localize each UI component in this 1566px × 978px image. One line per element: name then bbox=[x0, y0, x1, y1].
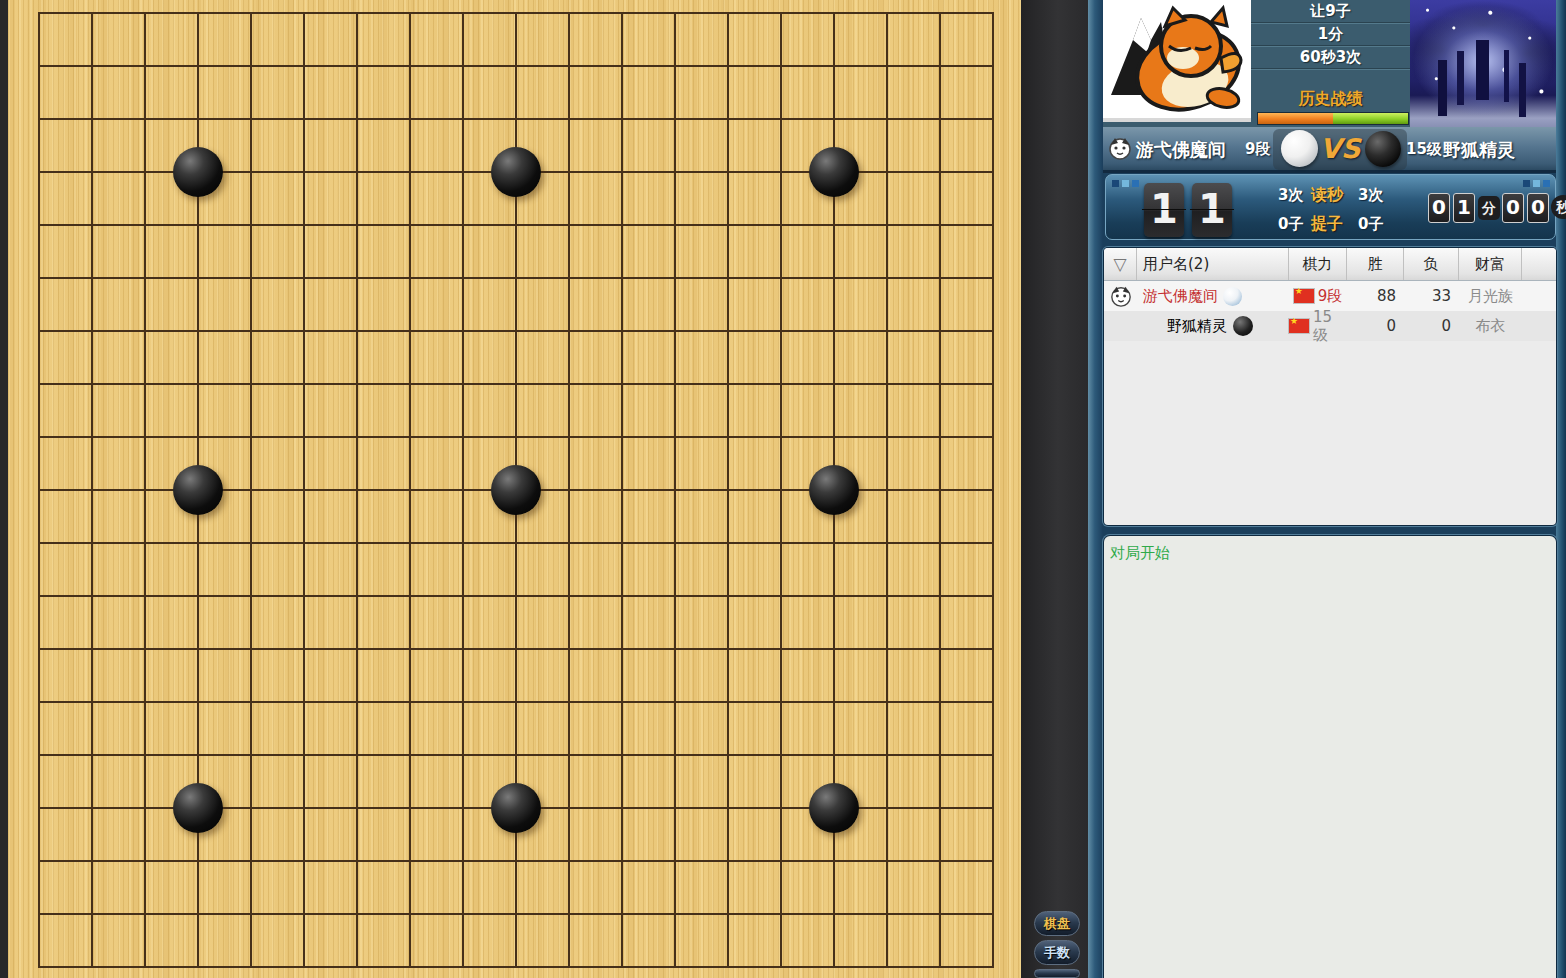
indicator-square bbox=[1543, 180, 1550, 187]
header-wealth[interactable]: 财富 bbox=[1459, 248, 1522, 280]
black-stone-K10 bbox=[491, 465, 541, 515]
indicator-square bbox=[1132, 180, 1139, 187]
row2-losses: 0 bbox=[1404, 311, 1459, 341]
white-stone-icon bbox=[1281, 130, 1318, 167]
player-avatar bbox=[1103, 0, 1251, 122]
window-edge bbox=[0, 0, 8, 978]
win-rate-bar bbox=[1257, 112, 1409, 125]
players-vs-bar: 游弋佛魔间 9段 VS 15级 野狐精灵 bbox=[1103, 127, 1556, 173]
white-player-name: 游弋佛魔间 bbox=[1136, 138, 1226, 162]
row2-username: 野狐精灵 bbox=[1137, 311, 1289, 341]
row2-wins: 0 bbox=[1347, 311, 1404, 341]
row1-rank-text: 9段 bbox=[1318, 287, 1343, 306]
flag-star: ★ bbox=[1290, 316, 1298, 326]
match-rules-panel: 让9子 1分 60秒3次 历史战绩 bbox=[1251, 0, 1410, 127]
header-strength[interactable]: 棋力 bbox=[1289, 248, 1347, 280]
night-tree-image bbox=[1476, 40, 1489, 100]
row1-wins: 88 bbox=[1347, 281, 1404, 311]
tool-strip: 棋盘 手数 bbox=[1021, 0, 1088, 978]
china-flag-icon: ★ bbox=[1289, 319, 1309, 333]
black-stone-K16 bbox=[491, 147, 541, 197]
captures-white: 0子 bbox=[1278, 215, 1303, 234]
minute-digit-tens: 0 bbox=[1428, 193, 1450, 223]
white-player-rank: 9段 bbox=[1245, 140, 1270, 159]
row1-username: 游弋佛魔间 bbox=[1137, 281, 1289, 311]
go-board bbox=[8, 0, 1021, 978]
fox-face-icon bbox=[1108, 136, 1132, 160]
black-player-name: 野狐精灵 bbox=[1443, 138, 1515, 162]
second-unit-badge: 秒 bbox=[1551, 195, 1566, 219]
byoyomi-label: 60秒3次 bbox=[1251, 46, 1410, 69]
china-flag-icon: ★ bbox=[1294, 289, 1314, 303]
chat-panel: 对局开始 bbox=[1104, 536, 1556, 978]
black-stone-icon bbox=[1233, 316, 1253, 336]
byoyomi-title: 读秒 bbox=[1311, 185, 1343, 206]
black-player-rank: 15级 bbox=[1406, 140, 1442, 159]
row2-rank-text: 15级 bbox=[1313, 308, 1347, 345]
row1-extra bbox=[1522, 281, 1556, 311]
filter-button[interactable]: ▽ bbox=[1104, 248, 1137, 280]
user-table: ▽ 用户名(2) 棋力 胜 负 财富 游弋佛魔间 ★ 9段 88 33 月光族 bbox=[1104, 248, 1556, 525]
handicap-label: 让9子 bbox=[1251, 0, 1410, 23]
panel-frame-right bbox=[1556, 0, 1566, 978]
row1-rank: ★ 9段 bbox=[1289, 281, 1347, 311]
row1-avatar-cell bbox=[1104, 281, 1137, 311]
captures-title: 提子 bbox=[1311, 214, 1343, 235]
table-header-row: ▽ 用户名(2) 棋力 胜 负 财富 bbox=[1104, 248, 1556, 281]
panel-frame-left bbox=[1088, 0, 1103, 978]
indicator-square bbox=[1523, 180, 1530, 187]
black-stone-Q16 bbox=[809, 147, 859, 197]
minute-unit-badge: 分 bbox=[1478, 196, 1500, 220]
second-digit-ones: 0 bbox=[1527, 193, 1549, 223]
byoyomi-count-black: 3次 bbox=[1358, 186, 1383, 205]
black-stone-K4 bbox=[491, 783, 541, 833]
history-record-link[interactable]: 历史战绩 bbox=[1251, 88, 1410, 110]
row2-rank: ★ 15级 bbox=[1289, 311, 1347, 341]
row1-losses: 33 bbox=[1404, 281, 1459, 311]
go-board-grid[interactable] bbox=[38, 12, 994, 968]
table-row[interactable]: 游弋佛魔间 ★ 9段 88 33 月光族 bbox=[1104, 281, 1556, 311]
header-losses[interactable]: 负 bbox=[1404, 248, 1459, 280]
second-digit-tens: 0 bbox=[1502, 193, 1524, 223]
win-rate-green-segment bbox=[1333, 113, 1408, 124]
black-stone-Q4 bbox=[809, 783, 859, 833]
table-row[interactable]: 野狐精灵 ★ 15级 0 0 布衣 bbox=[1104, 311, 1556, 341]
row1-name-text: 游弋佛魔间 bbox=[1143, 287, 1218, 306]
move-count-button[interactable]: 手数 bbox=[1034, 940, 1080, 965]
indicator-square bbox=[1122, 180, 1129, 187]
fox-mascot-icon bbox=[1103, 0, 1251, 122]
captures-black: 0子 bbox=[1358, 215, 1383, 234]
black-stone-Q10 bbox=[809, 465, 859, 515]
black-stone-D16 bbox=[173, 147, 223, 197]
minute-digit-ones: 1 bbox=[1453, 193, 1475, 223]
main-time-label: 1分 bbox=[1251, 23, 1410, 46]
row2-wealth: 布衣 bbox=[1459, 311, 1522, 341]
row1-wealth: 月光族 bbox=[1459, 281, 1522, 311]
partial-button[interactable] bbox=[1034, 969, 1080, 978]
vs-label: VS bbox=[1320, 133, 1360, 164]
flag-star: ★ bbox=[1295, 286, 1303, 296]
board-button[interactable]: 棋盘 bbox=[1034, 911, 1080, 936]
row2-avatar-cell bbox=[1104, 311, 1137, 341]
chat-message: 对局开始 bbox=[1104, 536, 1556, 571]
row2-extra bbox=[1522, 311, 1556, 341]
black-stone-D4 bbox=[173, 783, 223, 833]
counter-flip-left: 1 bbox=[1144, 183, 1184, 237]
win-rate-orange-segment bbox=[1258, 113, 1333, 124]
black-stone-icon bbox=[1365, 131, 1401, 167]
indicator-square bbox=[1112, 180, 1119, 187]
white-stone-icon bbox=[1223, 287, 1242, 306]
row2-name-text: 野狐精灵 bbox=[1167, 317, 1227, 336]
counter-flip-right: 1 bbox=[1192, 183, 1232, 237]
header-username[interactable]: 用户名(2) bbox=[1137, 248, 1289, 280]
header-extra bbox=[1522, 248, 1556, 280]
game-info-section: 让9子 1分 60秒3次 历史战绩 bbox=[1103, 0, 1556, 127]
indicator-square bbox=[1533, 180, 1540, 187]
byoyomi-count-white: 3次 bbox=[1278, 186, 1303, 205]
clock-panel: 1 1 3次 读秒 3次 0子 提子 0子 0 1 分 0 0 秒 bbox=[1105, 174, 1556, 240]
opponent-avatar bbox=[1410, 0, 1556, 127]
black-stone-D10 bbox=[173, 465, 223, 515]
filter-triangle-icon: ▽ bbox=[1113, 254, 1126, 274]
header-wins[interactable]: 胜 bbox=[1347, 248, 1404, 280]
fox-face-icon bbox=[1110, 285, 1132, 307]
